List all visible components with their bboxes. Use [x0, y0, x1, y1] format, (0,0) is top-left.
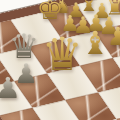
chess-set-photo: ♝♞♜♟♟♚♟♟♟♟♟♝♛♛♟♟ [0, 0, 120, 120]
gold-queen[interactable]: ♛ [41, 31, 82, 77]
gold-bishop[interactable]: ♝ [81, 27, 110, 59]
silver-pawn[interactable]: ♟ [0, 74, 21, 103]
chess-pieces-layer: ♝♞♜♟♟♚♟♟♟♟♟♝♛♛♟♟ [0, 0, 120, 120]
